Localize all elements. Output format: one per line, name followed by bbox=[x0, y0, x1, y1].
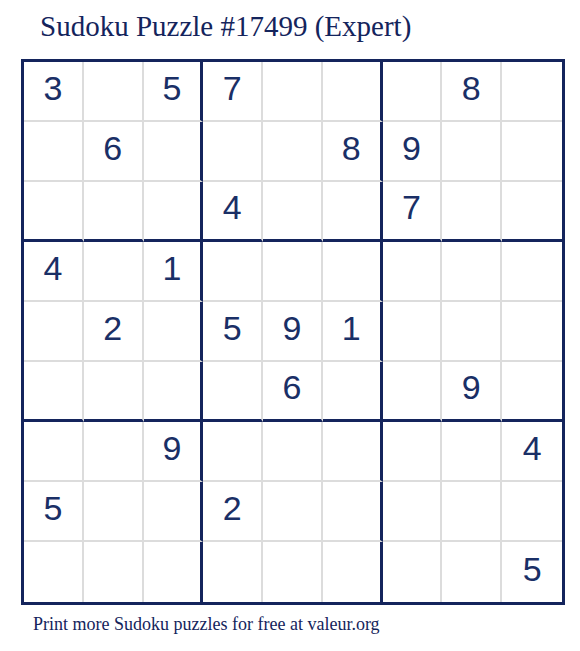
sudoku-cell-r9c9[interactable]: 5 bbox=[502, 542, 562, 602]
sudoku-cell-r7c4[interactable] bbox=[203, 422, 263, 482]
sudoku-cell-r6c9[interactable] bbox=[502, 362, 562, 422]
sudoku-cell-r3c5[interactable] bbox=[263, 182, 323, 242]
sudoku-cell-r1c4[interactable]: 7 bbox=[203, 62, 263, 122]
sudoku-cell-r9c8[interactable] bbox=[442, 542, 502, 602]
sudoku-cell-r9c3[interactable] bbox=[144, 542, 204, 602]
sudoku-cell-r4c8[interactable] bbox=[442, 242, 502, 302]
sudoku-cell-r7c8[interactable] bbox=[442, 422, 502, 482]
sudoku-cell-r7c6[interactable] bbox=[323, 422, 383, 482]
sudoku-cell-r1c3[interactable]: 5 bbox=[144, 62, 204, 122]
sudoku-cell-r5c2[interactable]: 2 bbox=[84, 302, 144, 362]
sudoku-cell-r2c5[interactable] bbox=[263, 122, 323, 182]
sudoku-cell-r4c5[interactable] bbox=[263, 242, 323, 302]
sudoku-cell-r4c9[interactable] bbox=[502, 242, 562, 302]
sudoku-cell-r1c9[interactable] bbox=[502, 62, 562, 122]
sudoku-cell-r6c3[interactable] bbox=[144, 362, 204, 422]
sudoku-cell-r9c2[interactable] bbox=[84, 542, 144, 602]
sudoku-cell-r5c7[interactable] bbox=[383, 302, 443, 362]
sudoku-cell-r4c3[interactable]: 1 bbox=[144, 242, 204, 302]
sudoku-cell-r6c6[interactable] bbox=[323, 362, 383, 422]
sudoku-cell-r3c6[interactable] bbox=[323, 182, 383, 242]
sudoku-cell-r7c2[interactable] bbox=[84, 422, 144, 482]
sudoku-cell-r6c8[interactable]: 9 bbox=[442, 362, 502, 422]
sudoku-cell-r2c9[interactable] bbox=[502, 122, 562, 182]
sudoku-cell-r2c7[interactable]: 9 bbox=[383, 122, 443, 182]
sudoku-cell-r5c1[interactable] bbox=[24, 302, 84, 362]
sudoku-cell-r5c6[interactable]: 1 bbox=[323, 302, 383, 362]
sudoku-cell-r2c3[interactable] bbox=[144, 122, 204, 182]
sudoku-cell-r8c6[interactable] bbox=[323, 482, 383, 542]
sudoku-cell-r4c4[interactable] bbox=[203, 242, 263, 302]
sudoku-cell-r1c8[interactable]: 8 bbox=[442, 62, 502, 122]
sudoku-cell-r2c2[interactable]: 6 bbox=[84, 122, 144, 182]
sudoku-cell-r8c1[interactable]: 5 bbox=[24, 482, 84, 542]
sudoku-cell-r9c4[interactable] bbox=[203, 542, 263, 602]
sudoku-cell-r9c5[interactable] bbox=[263, 542, 323, 602]
sudoku-cell-r3c8[interactable] bbox=[442, 182, 502, 242]
sudoku-cell-r3c9[interactable] bbox=[502, 182, 562, 242]
sudoku-cell-r2c6[interactable]: 8 bbox=[323, 122, 383, 182]
footer-credit: Print more Sudoku puzzles for free at va… bbox=[33, 614, 380, 635]
sudoku-cell-r5c9[interactable] bbox=[502, 302, 562, 362]
sudoku-cell-r2c1[interactable] bbox=[24, 122, 84, 182]
sudoku-cell-r1c6[interactable] bbox=[323, 62, 383, 122]
sudoku-cell-r8c3[interactable] bbox=[144, 482, 204, 542]
sudoku-cell-r6c2[interactable] bbox=[84, 362, 144, 422]
sudoku-cell-r8c9[interactable] bbox=[502, 482, 562, 542]
sudoku-cell-r4c1[interactable]: 4 bbox=[24, 242, 84, 302]
sudoku-cell-r3c2[interactable] bbox=[84, 182, 144, 242]
sudoku-cell-r1c1[interactable]: 3 bbox=[24, 62, 84, 122]
sudoku-cell-r6c4[interactable] bbox=[203, 362, 263, 422]
sudoku-cell-r8c7[interactable] bbox=[383, 482, 443, 542]
sudoku-cell-r9c6[interactable] bbox=[323, 542, 383, 602]
sudoku-cell-r9c1[interactable] bbox=[24, 542, 84, 602]
sudoku-cell-r2c4[interactable] bbox=[203, 122, 263, 182]
sudoku-cell-r7c9[interactable]: 4 bbox=[502, 422, 562, 482]
sudoku-cell-r6c5[interactable]: 6 bbox=[263, 362, 323, 422]
sudoku-cell-r8c4[interactable]: 2 bbox=[203, 482, 263, 542]
sudoku-cell-r1c5[interactable] bbox=[263, 62, 323, 122]
sudoku-cell-r4c7[interactable] bbox=[383, 242, 443, 302]
sudoku-cell-r8c5[interactable] bbox=[263, 482, 323, 542]
sudoku-cell-r5c3[interactable] bbox=[144, 302, 204, 362]
sudoku-cell-r8c2[interactable] bbox=[84, 482, 144, 542]
page-title: Sudoku Puzzle #17499 (Expert) bbox=[40, 10, 411, 43]
sudoku-cell-r3c3[interactable] bbox=[144, 182, 204, 242]
sudoku-cell-r7c3[interactable]: 9 bbox=[144, 422, 204, 482]
sudoku-cell-r5c4[interactable]: 5 bbox=[203, 302, 263, 362]
sudoku-cell-r1c7[interactable] bbox=[383, 62, 443, 122]
sudoku-cell-r9c7[interactable] bbox=[383, 542, 443, 602]
sudoku-cell-r4c2[interactable] bbox=[84, 242, 144, 302]
sudoku-cell-r7c5[interactable] bbox=[263, 422, 323, 482]
sudoku-cell-r7c1[interactable] bbox=[24, 422, 84, 482]
sudoku-cell-r4c6[interactable] bbox=[323, 242, 383, 302]
sudoku-cell-r3c4[interactable]: 4 bbox=[203, 182, 263, 242]
sudoku-cell-r6c1[interactable] bbox=[24, 362, 84, 422]
sudoku-cell-r7c7[interactable] bbox=[383, 422, 443, 482]
sudoku-cell-r6c7[interactable] bbox=[383, 362, 443, 422]
sudoku-board: 3578689474125916994525 bbox=[21, 59, 565, 605]
sudoku-cell-r5c5[interactable]: 9 bbox=[263, 302, 323, 362]
sudoku-cell-r1c2[interactable] bbox=[84, 62, 144, 122]
sudoku-cell-r8c8[interactable] bbox=[442, 482, 502, 542]
sudoku-cell-r2c8[interactable] bbox=[442, 122, 502, 182]
sudoku-cell-r5c8[interactable] bbox=[442, 302, 502, 362]
sudoku-cell-r3c1[interactable] bbox=[24, 182, 84, 242]
sudoku-cell-r3c7[interactable]: 7 bbox=[383, 182, 443, 242]
